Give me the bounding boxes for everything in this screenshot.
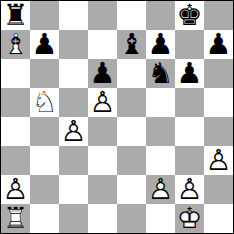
piece-white-pawn: ♟♙ bbox=[59, 117, 88, 146]
square-e5[interactable] bbox=[117, 88, 146, 117]
square-d3[interactable] bbox=[88, 146, 117, 175]
square-g2[interactable]: ♟♙ bbox=[175, 175, 204, 204]
square-h5[interactable] bbox=[204, 88, 233, 117]
square-h4[interactable] bbox=[204, 117, 233, 146]
square-d1[interactable] bbox=[88, 204, 117, 233]
square-b5[interactable]: ♞♘ bbox=[30, 88, 59, 117]
square-c6[interactable] bbox=[59, 59, 88, 88]
piece-black-pawn: ♟ bbox=[146, 30, 175, 59]
square-e1[interactable] bbox=[117, 204, 146, 233]
square-g3[interactable] bbox=[175, 146, 204, 175]
square-f5[interactable] bbox=[146, 88, 175, 117]
piece-white-pawn: ♟♙ bbox=[175, 175, 204, 204]
piece-white-pawn: ♟♙ bbox=[88, 88, 117, 117]
square-a2[interactable]: ♟♙ bbox=[1, 175, 30, 204]
piece-black-bishop: ♝ bbox=[117, 30, 146, 59]
square-g8[interactable]: ♚ bbox=[175, 1, 204, 30]
piece-white-rook: ♜♖ bbox=[1, 204, 30, 233]
piece-black-knight: ♞ bbox=[146, 59, 175, 88]
square-c1[interactable] bbox=[59, 204, 88, 233]
square-c2[interactable] bbox=[59, 175, 88, 204]
square-d2[interactable] bbox=[88, 175, 117, 204]
square-c3[interactable] bbox=[59, 146, 88, 175]
square-d4[interactable] bbox=[88, 117, 117, 146]
piece-black-pawn: ♟ bbox=[175, 59, 204, 88]
square-c5[interactable] bbox=[59, 88, 88, 117]
square-d7[interactable] bbox=[88, 30, 117, 59]
square-b2[interactable] bbox=[30, 175, 59, 204]
square-f3[interactable] bbox=[146, 146, 175, 175]
square-h6[interactable] bbox=[204, 59, 233, 88]
square-h8[interactable] bbox=[204, 1, 233, 30]
square-f6[interactable]: ♞ bbox=[146, 59, 175, 88]
piece-black-pawn: ♟ bbox=[88, 59, 117, 88]
square-c8[interactable] bbox=[59, 1, 88, 30]
piece-white-king: ♚♔ bbox=[175, 204, 204, 233]
square-b4[interactable] bbox=[30, 117, 59, 146]
piece-white-knight: ♞♘ bbox=[30, 88, 59, 117]
square-g1[interactable]: ♚♔ bbox=[175, 204, 204, 233]
piece-white-bishop: ♝♗ bbox=[1, 30, 30, 59]
piece-black-pawn: ♟ bbox=[204, 30, 233, 59]
piece-white-pawn: ♟♙ bbox=[146, 175, 175, 204]
square-a4[interactable] bbox=[1, 117, 30, 146]
square-d6[interactable]: ♟ bbox=[88, 59, 117, 88]
square-a8[interactable]: ♜ bbox=[1, 1, 30, 30]
square-d5[interactable]: ♟♙ bbox=[88, 88, 117, 117]
square-f8[interactable] bbox=[146, 1, 175, 30]
square-a6[interactable] bbox=[1, 59, 30, 88]
square-f2[interactable]: ♟♙ bbox=[146, 175, 175, 204]
square-g7[interactable] bbox=[175, 30, 204, 59]
square-d8[interactable] bbox=[88, 1, 117, 30]
square-g4[interactable] bbox=[175, 117, 204, 146]
square-e4[interactable] bbox=[117, 117, 146, 146]
square-a7[interactable]: ♝♗ bbox=[1, 30, 30, 59]
square-b8[interactable] bbox=[30, 1, 59, 30]
square-b3[interactable] bbox=[30, 146, 59, 175]
square-h7[interactable]: ♟ bbox=[204, 30, 233, 59]
square-b7[interactable]: ♟ bbox=[30, 30, 59, 59]
piece-white-pawn: ♟♙ bbox=[204, 146, 233, 175]
square-c4[interactable]: ♟♙ bbox=[59, 117, 88, 146]
square-a3[interactable] bbox=[1, 146, 30, 175]
square-f4[interactable] bbox=[146, 117, 175, 146]
piece-black-king: ♚ bbox=[175, 1, 204, 30]
square-f7[interactable]: ♟ bbox=[146, 30, 175, 59]
square-h3[interactable]: ♟♙ bbox=[204, 146, 233, 175]
square-g6[interactable]: ♟ bbox=[175, 59, 204, 88]
square-g5[interactable] bbox=[175, 88, 204, 117]
square-e7[interactable]: ♝ bbox=[117, 30, 146, 59]
square-e6[interactable] bbox=[117, 59, 146, 88]
square-e3[interactable] bbox=[117, 146, 146, 175]
piece-black-rook: ♜ bbox=[1, 1, 30, 30]
piece-black-pawn: ♟ bbox=[30, 30, 59, 59]
square-b1[interactable] bbox=[30, 204, 59, 233]
square-a1[interactable]: ♜♖ bbox=[1, 204, 30, 233]
chess-board: ♜♚♝♗♟♝♟♟♟♞♟♞♘♟♙♟♙♟♙♟♙♟♙♟♙♜♖♚♔ bbox=[0, 0, 234, 234]
square-h2[interactable] bbox=[204, 175, 233, 204]
square-h1[interactable] bbox=[204, 204, 233, 233]
square-f1[interactable] bbox=[146, 204, 175, 233]
square-e2[interactable] bbox=[117, 175, 146, 204]
square-c7[interactable] bbox=[59, 30, 88, 59]
square-a5[interactable] bbox=[1, 88, 30, 117]
square-e8[interactable] bbox=[117, 1, 146, 30]
square-b6[interactable] bbox=[30, 59, 59, 88]
piece-white-pawn: ♟♙ bbox=[1, 175, 30, 204]
